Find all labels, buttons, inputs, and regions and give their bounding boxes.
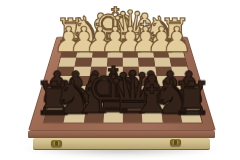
chess-set-photo: ♜♞♝♚♛♝♞♜♟♟♟♟♟♟♟♟♟♟♟♟♟♟♟♟♜♞♝♚♛♝♞♜ bbox=[0, 0, 240, 160]
board-tilt: ♜♞♝♚♛♝♞♜♟♟♟♟♟♟♟♟♟♟♟♟♟♟♟♟♜♞♝♚♛♝♞♜ bbox=[28, 37, 216, 131]
square-a8: ♜ bbox=[179, 109, 201, 122]
brass-clasp-left-icon bbox=[51, 140, 62, 147]
box-front-edge bbox=[28, 131, 215, 138]
black-rook: ♜ bbox=[171, 75, 213, 121]
square-a2: ♟ bbox=[168, 49, 185, 57]
white-pawn: ♟ bbox=[161, 22, 192, 57]
board-frame: ♜♞♝♚♛♝♞♜♟♟♟♟♟♟♟♟♟♟♟♟♟♟♟♟♜♞♝♚♛♝♞♜ bbox=[28, 37, 216, 131]
chess-board-grid: ♜♞♝♚♛♝♞♜♟♟♟♟♟♟♟♟♟♟♟♟♟♟♟♟♜♞♝♚♛♝♞♜ bbox=[44, 42, 202, 123]
brass-clasp-right-icon bbox=[170, 139, 181, 146]
board-perspective-wrapper: ♜♞♝♚♛♝♞♜♟♟♟♟♟♟♟♟♟♟♟♟♟♟♟♟♜♞♝♚♛♝♞♜ bbox=[28, 0, 216, 131]
